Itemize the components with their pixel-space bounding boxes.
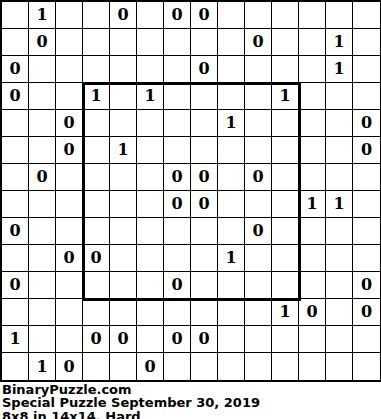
cell-r1c12-given: 1: [326, 29, 353, 56]
cell-r6c4[interactable]: [110, 164, 137, 191]
cell-r7c12-given: 1: [326, 191, 353, 218]
cell-r6c1-given: 0: [29, 164, 56, 191]
cell-r9c8-given: 1: [218, 245, 245, 272]
cell-r0c10[interactable]: [272, 2, 299, 29]
cell-r4c6[interactable]: [164, 110, 191, 137]
cell-r0c6-given: 0: [164, 2, 191, 29]
cell-r8c11[interactable]: [299, 218, 326, 245]
cell-r6c7-given: 0: [191, 164, 218, 191]
cell-r3c12[interactable]: [326, 83, 353, 110]
cell-r13c10[interactable]: [272, 353, 299, 380]
cell-r9c13[interactable]: [353, 245, 380, 272]
cell-r4c3[interactable]: [83, 110, 110, 137]
cell-r3c10-given: 1: [272, 83, 299, 110]
cell-r3c7[interactable]: [191, 83, 218, 110]
cell-r2c13[interactable]: [353, 56, 380, 83]
cell-r2c12-given: 1: [326, 56, 353, 83]
cell-r3c13[interactable]: [353, 83, 380, 110]
cell-r8c0-given: 0: [2, 218, 29, 245]
cell-r12c8[interactable]: [218, 326, 245, 353]
cell-r3c9[interactable]: [245, 83, 272, 110]
cell-r11c7[interactable]: [191, 299, 218, 326]
cell-r4c7[interactable]: [191, 110, 218, 137]
cell-r8c5[interactable]: [137, 218, 164, 245]
cell-r12c11[interactable]: [299, 326, 326, 353]
cell-r3c11[interactable]: [299, 83, 326, 110]
cell-r5c5[interactable]: [137, 137, 164, 164]
cell-r4c1[interactable]: [29, 110, 56, 137]
cell-r11c5[interactable]: [137, 299, 164, 326]
cell-r7c4[interactable]: [110, 191, 137, 218]
cell-r1c4[interactable]: [110, 29, 137, 56]
cell-r6c13[interactable]: [353, 164, 380, 191]
cell-r2c9[interactable]: [245, 56, 272, 83]
cell-r7c7-given: 0: [191, 191, 218, 218]
cell-r8c12[interactable]: [326, 218, 353, 245]
cell-r8c13[interactable]: [353, 218, 380, 245]
cell-r12c12[interactable]: [326, 326, 353, 353]
cell-r0c9[interactable]: [245, 2, 272, 29]
cell-r0c5[interactable]: [137, 2, 164, 29]
cell-r2c7-given: 0: [191, 56, 218, 83]
cell-r0c7-given: 0: [191, 2, 218, 29]
cell-r0c0[interactable]: [2, 2, 29, 29]
cell-r12c0-given: 1: [2, 326, 29, 353]
cell-r11c9[interactable]: [245, 299, 272, 326]
cell-r11c0[interactable]: [2, 299, 29, 326]
cell-r6c8[interactable]: [218, 164, 245, 191]
cell-r13c8[interactable]: [218, 353, 245, 380]
cell-r10c9[interactable]: [245, 272, 272, 299]
cell-r6c12[interactable]: [326, 164, 353, 191]
cell-r1c11[interactable]: [299, 29, 326, 56]
cell-r7c13[interactable]: [353, 191, 380, 218]
cell-r6c3[interactable]: [83, 164, 110, 191]
cell-r8c3[interactable]: [83, 218, 110, 245]
cell-r9c5[interactable]: [137, 245, 164, 272]
cell-r4c10[interactable]: [272, 110, 299, 137]
cell-r1c7[interactable]: [191, 29, 218, 56]
cell-r11c10-given: 1: [272, 299, 299, 326]
cell-r0c1-given: 1: [29, 2, 56, 29]
cell-r13c11[interactable]: [299, 353, 326, 380]
cell-r12c10[interactable]: [272, 326, 299, 353]
cell-r7c5[interactable]: [137, 191, 164, 218]
cell-r13c5-given: 0: [137, 353, 164, 380]
cell-r9c3-given: 0: [83, 245, 110, 272]
cell-r5c0[interactable]: [2, 137, 29, 164]
cell-r13c12[interactable]: [326, 353, 353, 380]
cell-r3c6[interactable]: [164, 83, 191, 110]
cell-r4c9[interactable]: [245, 110, 272, 137]
cell-r11c1[interactable]: [29, 299, 56, 326]
cell-r11c13-given: 0: [353, 299, 380, 326]
cell-r1c6[interactable]: [164, 29, 191, 56]
cell-r3c2[interactable]: [56, 83, 83, 110]
puzzle-difficulty: 8x8 in 14x14, Hard: [2, 410, 379, 419]
cell-r1c5[interactable]: [137, 29, 164, 56]
cell-r13c0[interactable]: [2, 353, 29, 380]
cell-r1c3[interactable]: [83, 29, 110, 56]
cell-r10c7[interactable]: [191, 272, 218, 299]
cell-r1c1-given: 0: [29, 29, 56, 56]
cell-r7c2[interactable]: [56, 191, 83, 218]
cell-r12c2[interactable]: [56, 326, 83, 353]
cell-r5c6[interactable]: [164, 137, 191, 164]
cell-r1c9-given: 0: [245, 29, 272, 56]
cell-r4c13-given: 0: [353, 110, 380, 137]
cell-r9c2-given: 0: [56, 245, 83, 272]
cell-r11c6[interactable]: [164, 299, 191, 326]
cell-r2c4[interactable]: [110, 56, 137, 83]
cell-r13c13[interactable]: [353, 353, 380, 380]
cell-r4c11[interactable]: [299, 110, 326, 137]
cell-r2c10[interactable]: [272, 56, 299, 83]
cell-r8c7[interactable]: [191, 218, 218, 245]
cell-r10c4[interactable]: [110, 272, 137, 299]
cell-r2c3[interactable]: [83, 56, 110, 83]
cell-r1c2[interactable]: [56, 29, 83, 56]
cell-r2c2[interactable]: [56, 56, 83, 83]
cell-r9c4[interactable]: [110, 245, 137, 272]
cell-r4c5[interactable]: [137, 110, 164, 137]
cell-r2c8[interactable]: [218, 56, 245, 83]
cell-r10c6-given: 0: [164, 272, 191, 299]
cell-r10c5[interactable]: [137, 272, 164, 299]
cell-r9c11[interactable]: [299, 245, 326, 272]
cell-r9c10[interactable]: [272, 245, 299, 272]
cell-r11c4[interactable]: [110, 299, 137, 326]
cell-r10c13-given: 0: [353, 272, 380, 299]
cell-r9c12[interactable]: [326, 245, 353, 272]
puzzle-date: Special Puzzle September 30, 2019: [2, 396, 379, 409]
cell-r1c8[interactable]: [218, 29, 245, 56]
cell-r5c8[interactable]: [218, 137, 245, 164]
puzzle-board: 1000001001011101001000000011000010001001…: [0, 0, 381, 382]
cell-r13c9[interactable]: [245, 353, 272, 380]
cell-r5c3[interactable]: [83, 137, 110, 164]
cell-r5c12[interactable]: [326, 137, 353, 164]
cell-r2c11[interactable]: [299, 56, 326, 83]
cell-r8c1[interactable]: [29, 218, 56, 245]
cell-r9c0[interactable]: [2, 245, 29, 272]
cell-r9c9[interactable]: [245, 245, 272, 272]
cell-r8c8[interactable]: [218, 218, 245, 245]
cell-r6c2[interactable]: [56, 164, 83, 191]
cell-r10c12[interactable]: [326, 272, 353, 299]
cell-r3c8[interactable]: [218, 83, 245, 110]
cell-r1c0[interactable]: [2, 29, 29, 56]
cell-r9c1[interactable]: [29, 245, 56, 272]
cell-r13c1-given: 1: [29, 353, 56, 380]
binary-puzzle-grid: 1000001001011101001000000011000010001001…: [2, 2, 380, 380]
cell-r7c10[interactable]: [272, 191, 299, 218]
cell-r5c2-given: 0: [56, 137, 83, 164]
cell-r3c4[interactable]: [110, 83, 137, 110]
cell-r12c6-given: 0: [164, 326, 191, 353]
cell-r6c11[interactable]: [299, 164, 326, 191]
cell-r10c1[interactable]: [29, 272, 56, 299]
cell-r4c8-given: 1: [218, 110, 245, 137]
cell-r0c13[interactable]: [353, 2, 380, 29]
cell-r0c12[interactable]: [326, 2, 353, 29]
cell-r7c6-given: 0: [164, 191, 191, 218]
cell-r10c8[interactable]: [218, 272, 245, 299]
cell-r12c7-given: 0: [191, 326, 218, 353]
cell-r7c8[interactable]: [218, 191, 245, 218]
cell-r10c2[interactable]: [56, 272, 83, 299]
cell-r7c1[interactable]: [29, 191, 56, 218]
cell-r4c0[interactable]: [2, 110, 29, 137]
cell-r12c5[interactable]: [137, 326, 164, 353]
cell-r8c4[interactable]: [110, 218, 137, 245]
cell-r11c8[interactable]: [218, 299, 245, 326]
cell-r4c4[interactable]: [110, 110, 137, 137]
cell-r5c13-given: 0: [353, 137, 380, 164]
cell-r6c0[interactable]: [2, 164, 29, 191]
cell-r11c11-given: 0: [299, 299, 326, 326]
cell-r7c0[interactable]: [2, 191, 29, 218]
cell-r5c1[interactable]: [29, 137, 56, 164]
cell-r5c4-given: 1: [110, 137, 137, 164]
cell-r9c7[interactable]: [191, 245, 218, 272]
cell-r12c13[interactable]: [353, 326, 380, 353]
cell-r10c0-given: 0: [2, 272, 29, 299]
cell-r2c6[interactable]: [164, 56, 191, 83]
cell-r13c3[interactable]: [83, 353, 110, 380]
cell-r3c3-given: 1: [83, 83, 110, 110]
cell-r2c5[interactable]: [137, 56, 164, 83]
cell-r8c2[interactable]: [56, 218, 83, 245]
cell-r12c3-given: 0: [83, 326, 110, 353]
site-title: BinaryPuzzle.com: [2, 383, 379, 396]
cell-r3c0-given: 0: [2, 83, 29, 110]
cell-r3c1[interactable]: [29, 83, 56, 110]
cell-r5c9[interactable]: [245, 137, 272, 164]
cell-r7c3[interactable]: [83, 191, 110, 218]
cell-r1c10[interactable]: [272, 29, 299, 56]
cell-r6c9-given: 0: [245, 164, 272, 191]
cell-r12c1[interactable]: [29, 326, 56, 353]
cell-r2c1[interactable]: [29, 56, 56, 83]
cell-r5c10[interactable]: [272, 137, 299, 164]
cell-r8c6[interactable]: [164, 218, 191, 245]
cell-r5c11[interactable]: [299, 137, 326, 164]
cell-r13c6[interactable]: [164, 353, 191, 380]
cell-r10c10[interactable]: [272, 272, 299, 299]
cell-r7c11-given: 1: [299, 191, 326, 218]
cell-r12c4-given: 0: [110, 326, 137, 353]
cell-r10c11[interactable]: [299, 272, 326, 299]
cell-r5c7[interactable]: [191, 137, 218, 164]
cell-r11c3[interactable]: [83, 299, 110, 326]
cell-r6c5[interactable]: [137, 164, 164, 191]
cell-r3c5-given: 1: [137, 83, 164, 110]
cell-r0c4-given: 0: [110, 2, 137, 29]
cell-r10c3[interactable]: [83, 272, 110, 299]
cell-r1c13[interactable]: [353, 29, 380, 56]
cell-r13c2-given: 0: [56, 353, 83, 380]
cell-r0c3[interactable]: [83, 2, 110, 29]
cell-r4c2-given: 0: [56, 110, 83, 137]
cell-r0c8[interactable]: [218, 2, 245, 29]
cell-r6c10[interactable]: [272, 164, 299, 191]
cell-r13c4[interactable]: [110, 353, 137, 380]
cell-r6c6-given: 0: [164, 164, 191, 191]
cell-r7c9[interactable]: [245, 191, 272, 218]
cell-r4c12[interactable]: [326, 110, 353, 137]
cell-r8c9-given: 0: [245, 218, 272, 245]
cell-r11c2[interactable]: [56, 299, 83, 326]
caption: BinaryPuzzle.com Special Puzzle Septembe…: [0, 382, 381, 419]
cell-r2c0-given: 0: [2, 56, 29, 83]
cell-r13c7[interactable]: [191, 353, 218, 380]
cell-r12c9[interactable]: [245, 326, 272, 353]
cell-r8c10[interactable]: [272, 218, 299, 245]
cell-r11c12[interactable]: [326, 299, 353, 326]
cell-r9c6[interactable]: [164, 245, 191, 272]
cell-r0c2[interactable]: [56, 2, 83, 29]
cell-r0c11[interactable]: [299, 2, 326, 29]
